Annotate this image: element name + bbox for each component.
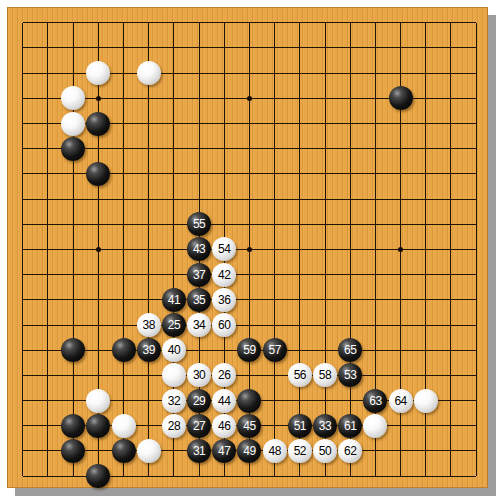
board-cell[interactable]: [287, 312, 312, 337]
board-cell[interactable]: [338, 136, 363, 161]
board-cell[interactable]: 29: [187, 388, 212, 413]
board-cell[interactable]: [61, 136, 86, 161]
board-cell[interactable]: [86, 413, 111, 438]
board-cell[interactable]: [212, 111, 237, 136]
black-stone[interactable]: [86, 162, 110, 186]
board-cell[interactable]: [61, 86, 86, 111]
board-cell[interactable]: [10, 35, 35, 60]
white-stone[interactable]: 46: [212, 414, 236, 438]
board-cell[interactable]: [161, 237, 186, 262]
board-cell[interactable]: [136, 212, 161, 237]
board-cell[interactable]: [111, 61, 136, 86]
board-cell[interactable]: [338, 161, 363, 186]
board-cell[interactable]: [312, 10, 337, 35]
board-cell[interactable]: [388, 10, 413, 35]
board-cell[interactable]: [161, 10, 186, 35]
board-cell[interactable]: [161, 262, 186, 287]
board-cell[interactable]: [438, 161, 463, 186]
white-stone[interactable]: [112, 414, 136, 438]
board-cell[interactable]: [388, 161, 413, 186]
board-cell[interactable]: [86, 312, 111, 337]
board-cell[interactable]: [61, 287, 86, 312]
board-cell[interactable]: 25: [161, 312, 186, 337]
board-cell[interactable]: [136, 287, 161, 312]
white-stone[interactable]: 26: [212, 363, 236, 387]
white-stone[interactable]: 30: [187, 363, 211, 387]
board-cell[interactable]: [413, 61, 438, 86]
board-cell[interactable]: [312, 161, 337, 186]
white-stone[interactable]: 58: [313, 363, 337, 387]
board-cell[interactable]: [35, 161, 60, 186]
black-stone[interactable]: 57: [263, 338, 287, 362]
board-cell[interactable]: [464, 35, 489, 60]
board-cell[interactable]: [136, 363, 161, 388]
white-stone[interactable]: [61, 112, 85, 136]
board-cell[interactable]: [262, 61, 287, 86]
board-cell[interactable]: [338, 111, 363, 136]
board-cell[interactable]: 57: [262, 338, 287, 363]
board-cell[interactable]: [413, 136, 438, 161]
board-cell[interactable]: [363, 237, 388, 262]
black-stone[interactable]: 31: [187, 439, 211, 463]
black-stone[interactable]: [237, 389, 261, 413]
board-cell[interactable]: [61, 438, 86, 463]
board-cell[interactable]: [338, 61, 363, 86]
black-stone[interactable]: 61: [338, 414, 362, 438]
board-cell[interactable]: [363, 413, 388, 438]
board-cell[interactable]: [237, 363, 262, 388]
board-cell[interactable]: [86, 464, 111, 489]
board-cell[interactable]: [237, 287, 262, 312]
board-cell[interactable]: [338, 312, 363, 337]
board-cell[interactable]: 30: [187, 363, 212, 388]
board-cell[interactable]: [287, 111, 312, 136]
board-cell[interactable]: [35, 388, 60, 413]
board-cell[interactable]: 60: [212, 312, 237, 337]
board-cell[interactable]: [187, 187, 212, 212]
black-stone[interactable]: [389, 86, 413, 110]
board-cell[interactable]: 40: [161, 338, 186, 363]
board-cell[interactable]: [161, 61, 186, 86]
board-cell[interactable]: [237, 161, 262, 186]
board-cell[interactable]: 45: [237, 413, 262, 438]
board-cell[interactable]: [35, 438, 60, 463]
board-cell[interactable]: [262, 35, 287, 60]
board-cell[interactable]: [10, 413, 35, 438]
board-cell[interactable]: 48: [262, 438, 287, 463]
board-cell[interactable]: [464, 237, 489, 262]
board-cell[interactable]: [262, 212, 287, 237]
board-cell[interactable]: 26: [212, 363, 237, 388]
board-cell[interactable]: [111, 338, 136, 363]
board-cell[interactable]: [438, 136, 463, 161]
black-stone[interactable]: 41: [162, 288, 186, 312]
board-cell[interactable]: [237, 312, 262, 337]
board-cell[interactable]: [338, 464, 363, 489]
white-stone[interactable]: 60: [212, 313, 236, 337]
board-cell[interactable]: [35, 312, 60, 337]
board-cell[interactable]: [161, 111, 186, 136]
board-cell[interactable]: [388, 111, 413, 136]
white-stone[interactable]: [86, 61, 110, 85]
board-cell[interactable]: [86, 388, 111, 413]
board-cell[interactable]: [212, 187, 237, 212]
board-cell[interactable]: [187, 111, 212, 136]
board-cell[interactable]: [438, 338, 463, 363]
board-cell[interactable]: [10, 111, 35, 136]
board-cell[interactable]: [61, 363, 86, 388]
board-cell[interactable]: [312, 312, 337, 337]
board-cell[interactable]: [35, 237, 60, 262]
white-stone[interactable]: [414, 389, 438, 413]
board-cell[interactable]: [338, 388, 363, 413]
board-cell[interactable]: [161, 35, 186, 60]
board-cell[interactable]: [363, 262, 388, 287]
board-cell[interactable]: 33: [312, 413, 337, 438]
board-cell[interactable]: [10, 363, 35, 388]
black-stone[interactable]: [61, 414, 85, 438]
board-cell[interactable]: [136, 10, 161, 35]
board-cell[interactable]: [388, 187, 413, 212]
board-cell[interactable]: [86, 35, 111, 60]
board-cell[interactable]: [86, 262, 111, 287]
board-cell[interactable]: 28: [161, 413, 186, 438]
board-cell[interactable]: 56: [287, 363, 312, 388]
board-cell[interactable]: [111, 35, 136, 60]
board-cell[interactable]: [10, 262, 35, 287]
white-stone[interactable]: 54: [212, 237, 236, 261]
board-cell[interactable]: [136, 61, 161, 86]
board-cell[interactable]: [413, 10, 438, 35]
board-cell[interactable]: [388, 212, 413, 237]
white-stone[interactable]: 34: [187, 313, 211, 337]
board-cell[interactable]: [111, 388, 136, 413]
board-cell[interactable]: [287, 464, 312, 489]
board-cell[interactable]: [35, 10, 60, 35]
board-cell[interactable]: 59: [237, 338, 262, 363]
board-cell[interactable]: [86, 212, 111, 237]
black-stone[interactable]: [86, 464, 110, 488]
board-cell[interactable]: [287, 237, 312, 262]
board-cell[interactable]: [363, 61, 388, 86]
board-cell[interactable]: [388, 86, 413, 111]
board-cell[interactable]: [61, 338, 86, 363]
board-cell[interactable]: [61, 413, 86, 438]
board-cell[interactable]: 53: [338, 363, 363, 388]
board-cell[interactable]: [464, 262, 489, 287]
white-stone[interactable]: 38: [137, 313, 161, 337]
board-cell[interactable]: [363, 338, 388, 363]
board-cell[interactable]: [136, 111, 161, 136]
board-cell[interactable]: 34: [187, 312, 212, 337]
board-cell[interactable]: [212, 35, 237, 60]
board-cell[interactable]: [111, 136, 136, 161]
board-cell[interactable]: [388, 464, 413, 489]
board-cell[interactable]: [212, 161, 237, 186]
board-cell[interactable]: 61: [338, 413, 363, 438]
board-cell[interactable]: [187, 10, 212, 35]
board-cell[interactable]: [10, 388, 35, 413]
board-cell[interactable]: [136, 388, 161, 413]
board-cell[interactable]: [287, 35, 312, 60]
board-cell[interactable]: [312, 237, 337, 262]
board-cell[interactable]: 36: [212, 287, 237, 312]
board-cell[interactable]: 44: [212, 388, 237, 413]
board-cell[interactable]: [187, 35, 212, 60]
board-cell[interactable]: 43: [187, 237, 212, 262]
board-cell[interactable]: [413, 212, 438, 237]
board-cell[interactable]: 35: [187, 287, 212, 312]
board-cell[interactable]: [187, 136, 212, 161]
board-cell[interactable]: [438, 212, 463, 237]
board-cell[interactable]: [438, 237, 463, 262]
board-cell[interactable]: [136, 86, 161, 111]
white-stone[interactable]: [137, 439, 161, 463]
board-cell[interactable]: [413, 35, 438, 60]
board-cell[interactable]: [312, 262, 337, 287]
board-cell[interactable]: [464, 61, 489, 86]
board-cell[interactable]: 47: [212, 438, 237, 463]
board-cell[interactable]: [61, 312, 86, 337]
black-stone[interactable]: [61, 338, 85, 362]
white-stone[interactable]: [363, 414, 387, 438]
board-cell[interactable]: [464, 212, 489, 237]
board-cell[interactable]: [312, 35, 337, 60]
board-cell[interactable]: [312, 338, 337, 363]
board-cell[interactable]: [61, 35, 86, 60]
board-cell[interactable]: 51: [287, 413, 312, 438]
board-cell[interactable]: [262, 262, 287, 287]
board-cell[interactable]: [212, 61, 237, 86]
board-cell[interactable]: 64: [388, 388, 413, 413]
board-cell[interactable]: 52: [287, 438, 312, 463]
board-cell[interactable]: [111, 413, 136, 438]
board-cell[interactable]: [86, 187, 111, 212]
board-cell[interactable]: [413, 161, 438, 186]
black-stone[interactable]: 63: [363, 389, 387, 413]
board-cell[interactable]: [312, 212, 337, 237]
board-cell[interactable]: [287, 262, 312, 287]
board-cell[interactable]: [187, 61, 212, 86]
board-cell[interactable]: [388, 136, 413, 161]
board-cell[interactable]: [237, 388, 262, 413]
board-cell[interactable]: [388, 287, 413, 312]
board-cell[interactable]: 31: [187, 438, 212, 463]
board-cell[interactable]: [35, 464, 60, 489]
board-cell[interactable]: [464, 312, 489, 337]
board-cell[interactable]: [312, 111, 337, 136]
board-cell[interactable]: [86, 10, 111, 35]
board-cell[interactable]: [212, 212, 237, 237]
board-cell[interactable]: [438, 388, 463, 413]
board-cell[interactable]: [35, 413, 60, 438]
board-cell[interactable]: [161, 464, 186, 489]
white-stone[interactable]: 56: [288, 363, 312, 387]
board-cell[interactable]: [61, 464, 86, 489]
board-cell[interactable]: [136, 438, 161, 463]
board-cell[interactable]: [287, 187, 312, 212]
white-stone[interactable]: 48: [263, 439, 287, 463]
board-cell[interactable]: [262, 187, 287, 212]
board-cell[interactable]: [413, 262, 438, 287]
board-cell[interactable]: [212, 464, 237, 489]
board-cell[interactable]: [338, 287, 363, 312]
board-cell[interactable]: [338, 10, 363, 35]
board-cell[interactable]: [287, 86, 312, 111]
board-cell[interactable]: [61, 10, 86, 35]
white-stone[interactable]: 50: [313, 439, 337, 463]
board-cell[interactable]: 55: [187, 212, 212, 237]
board-cell[interactable]: 46: [212, 413, 237, 438]
board-cell[interactable]: [86, 111, 111, 136]
board-cell[interactable]: [413, 363, 438, 388]
board-cell[interactable]: [413, 464, 438, 489]
board-cell[interactable]: [438, 413, 463, 438]
board-cell[interactable]: [388, 363, 413, 388]
board-cell[interactable]: [212, 338, 237, 363]
board-cell[interactable]: [363, 136, 388, 161]
board-cell[interactable]: [237, 61, 262, 86]
board-cell[interactable]: [363, 86, 388, 111]
board-cell[interactable]: [10, 136, 35, 161]
board-cell[interactable]: 54: [212, 237, 237, 262]
board-cell[interactable]: 42: [212, 262, 237, 287]
board-cell[interactable]: [438, 111, 463, 136]
board-cell[interactable]: [464, 413, 489, 438]
board-cell[interactable]: [438, 262, 463, 287]
board-cell[interactable]: [111, 464, 136, 489]
board-cell[interactable]: [287, 338, 312, 363]
black-stone[interactable]: [112, 338, 136, 362]
board-cell[interactable]: [61, 212, 86, 237]
black-stone[interactable]: 49: [237, 439, 261, 463]
board-cell[interactable]: 63: [363, 388, 388, 413]
black-stone[interactable]: 33: [313, 414, 337, 438]
board-cell[interactable]: [86, 338, 111, 363]
board-cell[interactable]: [35, 86, 60, 111]
board-cell[interactable]: [262, 312, 287, 337]
board-cell[interactable]: [111, 363, 136, 388]
board-cell[interactable]: [161, 187, 186, 212]
board-cell[interactable]: [363, 287, 388, 312]
board-cell[interactable]: [464, 464, 489, 489]
board-cell[interactable]: [237, 212, 262, 237]
board-cell[interactable]: [136, 136, 161, 161]
board-cell[interactable]: [111, 212, 136, 237]
board-cell[interactable]: [35, 338, 60, 363]
board-cell[interactable]: 32: [161, 388, 186, 413]
board-cell[interactable]: [262, 363, 287, 388]
board-cell[interactable]: [10, 438, 35, 463]
board-cell[interactable]: [10, 10, 35, 35]
board-cell[interactable]: [388, 413, 413, 438]
black-stone[interactable]: [61, 439, 85, 463]
board-cell[interactable]: [464, 161, 489, 186]
board-cell[interactable]: [212, 136, 237, 161]
board-cell[interactable]: [111, 86, 136, 111]
board-cell[interactable]: [363, 312, 388, 337]
board-cell[interactable]: [363, 212, 388, 237]
board-cell[interactable]: [161, 136, 186, 161]
board-cell[interactable]: [363, 111, 388, 136]
board-cell[interactable]: [363, 161, 388, 186]
board-cell[interactable]: [111, 161, 136, 186]
board-cell[interactable]: [312, 464, 337, 489]
board-cell[interactable]: [388, 338, 413, 363]
board-cell[interactable]: [413, 187, 438, 212]
board-cell[interactable]: [338, 212, 363, 237]
board-cell[interactable]: [312, 287, 337, 312]
board-cell[interactable]: 50: [312, 438, 337, 463]
board-cell[interactable]: [187, 161, 212, 186]
board-cell[interactable]: [10, 187, 35, 212]
black-stone[interactable]: 51: [288, 414, 312, 438]
board-cell[interactable]: [312, 61, 337, 86]
board-cell[interactable]: [10, 61, 35, 86]
board-cell[interactable]: [86, 136, 111, 161]
black-stone[interactable]: 27: [187, 414, 211, 438]
black-stone[interactable]: [112, 439, 136, 463]
black-stone[interactable]: 25: [162, 313, 186, 337]
black-stone[interactable]: 47: [212, 439, 236, 463]
board-cell[interactable]: [287, 136, 312, 161]
board-cell[interactable]: [111, 187, 136, 212]
board-cell[interactable]: [438, 363, 463, 388]
board-cell[interactable]: [363, 10, 388, 35]
board-cell[interactable]: 27: [187, 413, 212, 438]
board-cell[interactable]: [464, 86, 489, 111]
board-cell[interactable]: [35, 111, 60, 136]
board-cell[interactable]: 39: [136, 338, 161, 363]
board-cell[interactable]: 65: [338, 338, 363, 363]
board-cell[interactable]: [262, 388, 287, 413]
board-cell[interactable]: [35, 187, 60, 212]
board-cell[interactable]: [136, 237, 161, 262]
board-cell[interactable]: 49: [237, 438, 262, 463]
black-stone[interactable]: 55: [187, 212, 211, 236]
board-cell[interactable]: [262, 237, 287, 262]
board-cell[interactable]: [388, 262, 413, 287]
board-cell[interactable]: 58: [312, 363, 337, 388]
board-cell[interactable]: [438, 287, 463, 312]
board-cell[interactable]: [61, 187, 86, 212]
board-cell[interactable]: [237, 136, 262, 161]
board-cell[interactable]: [438, 10, 463, 35]
board-cell[interactable]: [464, 363, 489, 388]
board-cell[interactable]: [464, 338, 489, 363]
board-cell[interactable]: [413, 111, 438, 136]
board-cell[interactable]: [61, 111, 86, 136]
black-stone[interactable]: 45: [237, 414, 261, 438]
board-cell[interactable]: [35, 61, 60, 86]
board-cell[interactable]: [287, 10, 312, 35]
white-stone[interactable]: 36: [212, 288, 236, 312]
board-cell[interactable]: [413, 237, 438, 262]
white-stone[interactable]: 42: [212, 263, 236, 287]
board-cell[interactable]: [10, 338, 35, 363]
board-cell[interactable]: [61, 237, 86, 262]
board-cell[interactable]: [187, 464, 212, 489]
board-cell[interactable]: [136, 35, 161, 60]
board-cell[interactable]: 38: [136, 312, 161, 337]
board-cell[interactable]: [237, 35, 262, 60]
board-cell[interactable]: [464, 388, 489, 413]
black-stone[interactable]: 65: [338, 338, 362, 362]
black-stone[interactable]: 59: [237, 338, 261, 362]
black-stone[interactable]: 39: [137, 338, 161, 362]
board-cell[interactable]: [161, 363, 186, 388]
board-cell[interactable]: [262, 413, 287, 438]
